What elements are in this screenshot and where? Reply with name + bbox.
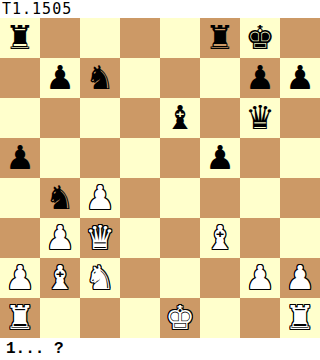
white-pawn[interactable]: ♟ (45, 218, 75, 258)
square-f3[interactable]: ♝ (200, 218, 240, 258)
square-h8[interactable] (280, 18, 320, 58)
white-pawn[interactable]: ♟ (85, 178, 115, 218)
white-pawn[interactable]: ♟ (5, 258, 35, 298)
black-queen[interactable]: ♛ (245, 98, 275, 138)
black-rook[interactable]: ♜ (205, 18, 235, 58)
chess-board: ♜♜♚♟♞♟♟♝♛♟♟♞♟♟♛♝♟♝♞♟♟♜♚♜ (0, 18, 320, 338)
black-pawn[interactable]: ♟ (5, 138, 35, 178)
square-d3[interactable] (120, 218, 160, 258)
square-f2[interactable] (200, 258, 240, 298)
square-b1[interactable] (40, 298, 80, 338)
white-rook[interactable]: ♜ (285, 298, 315, 338)
square-h5[interactable] (280, 138, 320, 178)
square-f8[interactable]: ♜ (200, 18, 240, 58)
square-e8[interactable] (160, 18, 200, 58)
square-h3[interactable] (280, 218, 320, 258)
square-f7[interactable] (200, 58, 240, 98)
square-d4[interactable] (120, 178, 160, 218)
square-f1[interactable] (200, 298, 240, 338)
black-pawn[interactable]: ♟ (45, 58, 75, 98)
square-c6[interactable] (80, 98, 120, 138)
square-h7[interactable]: ♟ (280, 58, 320, 98)
square-g1[interactable] (240, 298, 280, 338)
black-rook[interactable]: ♜ (5, 18, 35, 58)
square-c1[interactable] (80, 298, 120, 338)
white-pawn[interactable]: ♟ (245, 258, 275, 298)
square-e4[interactable] (160, 178, 200, 218)
square-c7[interactable]: ♞ (80, 58, 120, 98)
square-d1[interactable] (120, 298, 160, 338)
black-pawn[interactable]: ♟ (285, 58, 315, 98)
square-g7[interactable]: ♟ (240, 58, 280, 98)
white-king[interactable]: ♚ (165, 298, 195, 338)
white-queen[interactable]: ♛ (85, 218, 115, 258)
square-h4[interactable] (280, 178, 320, 218)
square-d7[interactable] (120, 58, 160, 98)
square-e1[interactable]: ♚ (160, 298, 200, 338)
white-bishop[interactable]: ♝ (205, 218, 235, 258)
square-d8[interactable] (120, 18, 160, 58)
square-c8[interactable] (80, 18, 120, 58)
square-g5[interactable] (240, 138, 280, 178)
square-g6[interactable]: ♛ (240, 98, 280, 138)
black-bishop[interactable]: ♝ (165, 98, 195, 138)
square-a6[interactable] (0, 98, 40, 138)
square-b3[interactable]: ♟ (40, 218, 80, 258)
puzzle-title: T1.1505 (0, 0, 320, 18)
square-b4[interactable]: ♞ (40, 178, 80, 218)
square-d2[interactable] (120, 258, 160, 298)
white-pawn[interactable]: ♟ (285, 258, 315, 298)
square-g3[interactable] (240, 218, 280, 258)
square-a3[interactable] (0, 218, 40, 258)
square-b5[interactable] (40, 138, 80, 178)
white-rook[interactable]: ♜ (5, 298, 35, 338)
square-b2[interactable]: ♝ (40, 258, 80, 298)
square-d6[interactable] (120, 98, 160, 138)
square-e3[interactable] (160, 218, 200, 258)
square-c2[interactable]: ♞ (80, 258, 120, 298)
move-prompt: 1... ? (0, 338, 320, 360)
square-b6[interactable] (40, 98, 80, 138)
square-c4[interactable]: ♟ (80, 178, 120, 218)
square-e7[interactable] (160, 58, 200, 98)
white-bishop[interactable]: ♝ (45, 258, 75, 298)
black-king[interactable]: ♚ (245, 18, 275, 58)
square-e5[interactable] (160, 138, 200, 178)
black-pawn[interactable]: ♟ (205, 138, 235, 178)
square-h6[interactable] (280, 98, 320, 138)
square-b7[interactable]: ♟ (40, 58, 80, 98)
square-e6[interactable]: ♝ (160, 98, 200, 138)
chess-puzzle-window: T1.1505 ♜♜♚♟♞♟♟♝♛♟♟♞♟♟♛♝♟♝♞♟♟♜♚♜ 1... ? (0, 0, 320, 360)
square-e2[interactable] (160, 258, 200, 298)
square-h2[interactable]: ♟ (280, 258, 320, 298)
black-knight[interactable]: ♞ (85, 58, 115, 98)
square-c3[interactable]: ♛ (80, 218, 120, 258)
square-a2[interactable]: ♟ (0, 258, 40, 298)
square-h1[interactable]: ♜ (280, 298, 320, 338)
square-f4[interactable] (200, 178, 240, 218)
square-a5[interactable]: ♟ (0, 138, 40, 178)
square-a8[interactable]: ♜ (0, 18, 40, 58)
square-d5[interactable] (120, 138, 160, 178)
square-g8[interactable]: ♚ (240, 18, 280, 58)
black-knight[interactable]: ♞ (45, 178, 75, 218)
square-g2[interactable]: ♟ (240, 258, 280, 298)
black-pawn[interactable]: ♟ (245, 58, 275, 98)
square-g4[interactable] (240, 178, 280, 218)
square-a7[interactable] (0, 58, 40, 98)
square-a1[interactable]: ♜ (0, 298, 40, 338)
square-f5[interactable]: ♟ (200, 138, 240, 178)
square-a4[interactable] (0, 178, 40, 218)
square-f6[interactable] (200, 98, 240, 138)
square-b8[interactable] (40, 18, 80, 58)
white-knight[interactable]: ♞ (85, 258, 115, 298)
square-c5[interactable] (80, 138, 120, 178)
